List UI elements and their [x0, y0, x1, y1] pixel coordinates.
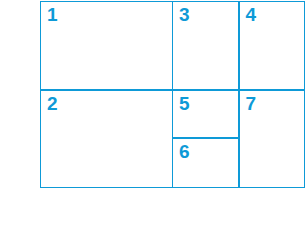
panel-7-label: 7 — [246, 93, 257, 114]
panel-1: 1 — [41, 2, 172, 89]
panel-6: 6 — [173, 139, 238, 188]
panel-4: 4 — [240, 2, 305, 89]
panel-6-label: 6 — [179, 141, 190, 162]
panel-7: 7 — [240, 91, 305, 188]
panel-grid: 1 3 4 2 5 6 7 — [40, 1, 305, 188]
panel-1-label: 1 — [47, 4, 58, 25]
panel-2-label: 2 — [47, 93, 58, 114]
panel-5-label: 5 — [179, 93, 190, 114]
panel-4-label: 4 — [246, 4, 257, 25]
diagram-canvas: 1 3 4 2 5 6 7 — [0, 0, 307, 230]
panel-3-label: 3 — [179, 4, 190, 25]
panel-2: 2 — [41, 91, 172, 188]
panel-3: 3 — [173, 2, 238, 89]
panel-5: 5 — [173, 91, 238, 138]
